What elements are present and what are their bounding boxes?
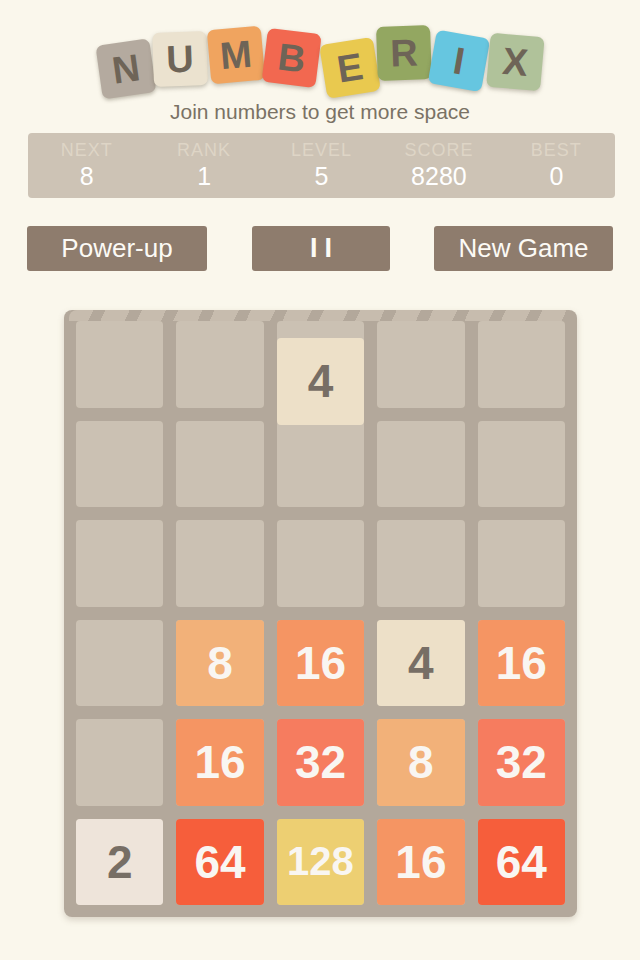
tile-8[interactable]: 8 [176,620,263,707]
logo-letter-tile-r: R [376,25,432,81]
power-up-label: Power-up [61,233,172,264]
stat-label-score: SCORE [404,140,473,161]
tagline: Join numbers to get more space [0,100,640,124]
board-cell-r3c5[interactable] [478,520,565,607]
stat-label-best: BEST [531,140,582,161]
board-cell-r2c3[interactable] [277,421,364,508]
stat-rank: RANK1 [145,140,262,191]
stat-label-level: LEVEL [291,140,352,161]
logo-letter-tile-e: E [319,37,381,99]
board-cell-r6c1[interactable]: 2 [76,819,163,906]
tile-64[interactable]: 64 [176,819,263,906]
board-cell-r6c5[interactable]: 64 [478,819,565,906]
tile-16[interactable]: 16 [277,620,364,707]
logo: NUMBERIX [0,28,640,108]
pause-icon: II [310,232,339,265]
board-cell-r1c4[interactable] [377,321,464,408]
logo-letter-tile-i: I [428,30,491,93]
game-board: 481641616328322641281664 [64,310,577,917]
board-top-stripes-decoration [69,310,572,321]
new-game-label: New Game [458,233,588,264]
stat-level: LEVEL5 [263,140,380,191]
stat-next: NEXT8 [28,140,145,191]
stat-label-rank: RANK [177,140,231,161]
board-cell-r1c3[interactable]: 4 [277,321,364,408]
tile-8[interactable]: 8 [377,719,464,806]
board-cell-r2c5[interactable] [478,421,565,508]
tile-32[interactable]: 32 [478,719,565,806]
board-cell-r5c3[interactable]: 32 [277,719,364,806]
tile-32[interactable]: 32 [277,719,364,806]
board-cell-r6c4[interactable]: 16 [377,819,464,906]
board-cell-r3c2[interactable] [176,520,263,607]
stat-value-level: 5 [315,162,329,191]
board-cell-r1c2[interactable] [176,321,263,408]
stat-best: BEST0 [498,140,615,191]
board-cell-r4c2[interactable]: 8 [176,620,263,707]
falling-tile-4[interactable]: 4 [277,338,364,425]
app-screen: NUMBERIX Join numbers to get more space … [0,0,640,960]
tile-4[interactable]: 4 [377,620,464,707]
stat-value-best: 0 [549,162,563,191]
board-cell-r5c4[interactable]: 8 [377,719,464,806]
stat-value-next: 8 [80,162,94,191]
logo-letter-tile-x: X [486,33,545,92]
board-cell-r2c2[interactable] [176,421,263,508]
board-cell-r2c1[interactable] [76,421,163,508]
logo-letter-tile-n: N [95,38,156,99]
board-cell-r6c2[interactable]: 64 [176,819,263,906]
board-cell-r5c2[interactable]: 16 [176,719,263,806]
board-cell-r3c4[interactable] [377,520,464,607]
tile-128[interactable]: 128 [277,819,364,906]
board-cell-r4c3[interactable]: 16 [277,620,364,707]
board-cell-r4c4[interactable]: 4 [377,620,464,707]
board-cell-r6c3[interactable]: 128 [277,819,364,906]
pause-button[interactable]: II [252,226,390,271]
logo-letter-tile-m: M [207,26,266,85]
logo-letter-tile-u: U [152,31,208,87]
stat-value-rank: 1 [197,162,211,191]
power-up-button[interactable]: Power-up [27,226,207,271]
board-cell-r3c1[interactable] [76,520,163,607]
board-cell-r1c1[interactable] [76,321,163,408]
board-cell-r5c1[interactable] [76,719,163,806]
tile-16[interactable]: 16 [478,620,565,707]
new-game-button[interactable]: New Game [434,226,613,271]
logo-letter-tile-b: B [262,28,322,88]
stat-value-score: 8280 [411,162,467,191]
board-cell-r2c4[interactable] [377,421,464,508]
board-cell-r5c5[interactable]: 32 [478,719,565,806]
board-cell-r3c3[interactable] [277,520,364,607]
board-cell-r1c5[interactable] [478,321,565,408]
tile-2[interactable]: 2 [76,819,163,906]
tile-16[interactable]: 16 [176,719,263,806]
stat-label-next: NEXT [61,140,113,161]
tile-16[interactable]: 16 [377,819,464,906]
board-grid: 481641616328322641281664 [76,321,565,905]
board-cell-r4c1[interactable] [76,620,163,707]
board-cell-r4c5[interactable]: 16 [478,620,565,707]
stats-bar: NEXT8RANK1LEVEL5SCORE8280BEST0 [28,133,615,198]
tile-64[interactable]: 64 [478,819,565,906]
stat-score: SCORE8280 [380,140,497,191]
